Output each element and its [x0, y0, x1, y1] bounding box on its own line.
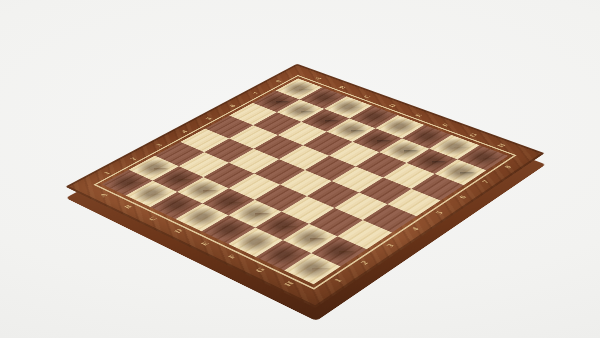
studio-scene: AA11BB22CC33DD44EE55FF66GG77HH88 ♜♞♝♛♚♝♞…	[0, 0, 600, 338]
rank-label-4-near: 4	[409, 226, 420, 232]
rank-label-6-near: 6	[457, 194, 468, 199]
square-g5	[359, 177, 411, 204]
rank-label-7-near: 7	[480, 179, 491, 184]
rank-label-1-near: 1	[332, 277, 344, 283]
chessboard: AA11BB22CC33DD44EE55FF66GG77HH88 ♜♞♝♛♚♝♞…	[65, 64, 545, 308]
square-h5	[387, 189, 440, 216]
square-f5	[332, 166, 383, 192]
file-label-h-near: H	[282, 280, 296, 287]
rook-icon: ♜	[246, 221, 379, 273]
rank-label-5-near: 5	[434, 210, 445, 215]
